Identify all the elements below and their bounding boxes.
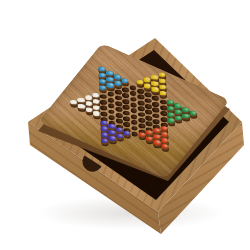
- peg-red: [153, 134, 161, 140]
- peg-green: [167, 99, 175, 105]
- hole: [145, 110, 152, 115]
- peg-red: [138, 132, 146, 138]
- hole: [101, 111, 108, 116]
- peg-purple: [108, 136, 116, 142]
- peg-yellow: [136, 80, 144, 86]
- peg-blue: [114, 80, 122, 86]
- peg-blue: [99, 85, 107, 91]
- peg-red: [161, 138, 169, 144]
- hole: [130, 85, 137, 90]
- peg-purple: [116, 133, 124, 139]
- hole: [145, 98, 152, 103]
- peg-white: [85, 95, 93, 101]
- hole: [122, 87, 129, 92]
- hole: [115, 101, 122, 106]
- hole: [131, 114, 138, 119]
- peg-red: [145, 130, 153, 136]
- board-row: [93, 95, 101, 119]
- hole: [130, 91, 137, 96]
- hole: [138, 112, 145, 117]
- peg-yellow: [144, 83, 152, 89]
- peg-white: [93, 111, 101, 117]
- peg-white: [78, 103, 86, 109]
- peg-purple: [101, 126, 109, 132]
- peg-green: [182, 113, 190, 119]
- peg-purple: [116, 127, 124, 133]
- hole: [124, 122, 131, 127]
- hole: [108, 103, 115, 108]
- peg-white: [70, 100, 78, 106]
- peg-yellow: [151, 74, 159, 80]
- hole: [137, 95, 144, 100]
- hole: [153, 107, 160, 112]
- hole: [138, 118, 145, 123]
- peg-green: [174, 103, 182, 109]
- hole: [131, 120, 138, 125]
- hole: [130, 97, 137, 102]
- peg-white: [85, 107, 93, 113]
- peg-white: [92, 105, 100, 111]
- peg-blue: [106, 76, 114, 82]
- hole: [115, 95, 122, 100]
- peg-purple: [108, 129, 116, 135]
- hole: [137, 89, 144, 94]
- hole: [108, 109, 115, 114]
- hole: [100, 94, 107, 99]
- hole: [123, 116, 130, 121]
- hole: [116, 118, 123, 123]
- peg-green: [182, 107, 190, 113]
- hole: [152, 96, 159, 101]
- peg-blue: [107, 83, 115, 89]
- peg-blue: [98, 66, 106, 72]
- peg-blue: [121, 78, 129, 84]
- peg-red: [146, 136, 154, 142]
- peg-blue: [114, 74, 122, 80]
- peg-white: [77, 97, 85, 103]
- hole: [138, 106, 145, 111]
- peg-white: [85, 101, 93, 107]
- peg-purple: [108, 123, 116, 129]
- hole: [100, 100, 107, 105]
- hole: [122, 93, 129, 98]
- hole: [145, 104, 152, 109]
- hole: [138, 100, 145, 105]
- peg-white: [92, 92, 100, 98]
- star-grid: [69, 67, 199, 156]
- hole: [145, 92, 152, 97]
- hole: [130, 108, 137, 113]
- hole: [146, 121, 153, 126]
- peg-yellow: [143, 77, 151, 83]
- hole: [116, 107, 123, 112]
- peg-yellow: [158, 72, 166, 78]
- hole: [138, 123, 145, 128]
- peg-yellow: [159, 90, 167, 96]
- peg-green: [189, 111, 197, 117]
- hole: [146, 115, 153, 120]
- peg-green: [174, 109, 182, 115]
- peg-purple: [100, 120, 108, 126]
- hole: [153, 119, 160, 124]
- hole: [115, 90, 122, 95]
- hole: [131, 126, 138, 131]
- peg-white: [92, 99, 100, 105]
- peg-yellow: [151, 81, 159, 87]
- peg-green: [167, 118, 175, 124]
- hole: [123, 110, 130, 115]
- peg-purple: [101, 138, 109, 144]
- peg-green: [167, 112, 175, 118]
- peg-blue: [99, 79, 107, 85]
- peg-yellow: [158, 78, 166, 84]
- hole: [101, 106, 108, 111]
- hole: [153, 113, 160, 118]
- peg-green: [167, 105, 175, 111]
- hole: [108, 98, 115, 103]
- peg-red: [161, 144, 169, 150]
- hole: [123, 99, 130, 104]
- peg-red: [153, 128, 161, 134]
- hole: [116, 113, 123, 118]
- peg-yellow: [151, 87, 159, 93]
- board-row: [190, 114, 198, 120]
- hole: [108, 115, 115, 120]
- hole: [123, 105, 130, 110]
- peg-purple: [101, 132, 109, 138]
- peg-red: [160, 131, 168, 137]
- hole: [130, 103, 137, 108]
- peg-red: [160, 125, 168, 131]
- hole: [152, 102, 159, 107]
- peg-blue: [99, 73, 107, 79]
- peg-red: [153, 140, 161, 146]
- peg-purple: [123, 131, 131, 137]
- product-photo-chinese-checkers: [0, 0, 250, 250]
- peg-green: [175, 115, 183, 121]
- peg-yellow: [159, 84, 167, 90]
- peg-blue: [106, 70, 114, 76]
- hole: [108, 92, 115, 97]
